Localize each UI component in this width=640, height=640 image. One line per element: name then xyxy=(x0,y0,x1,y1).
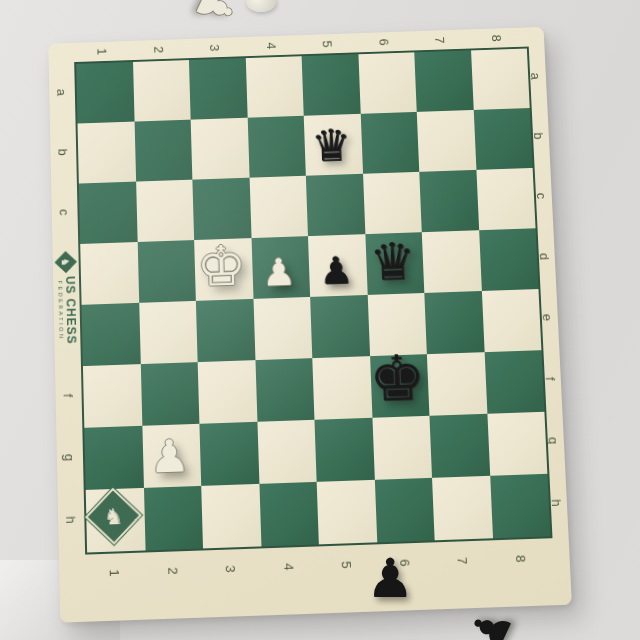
brand-subname: FEDERATION xyxy=(56,280,63,340)
square-e2[interactable] xyxy=(139,301,198,364)
square-a6[interactable] xyxy=(358,52,417,113)
square-g8[interactable] xyxy=(487,412,547,476)
square-e4[interactable] xyxy=(253,297,312,360)
square-d1[interactable] xyxy=(80,242,139,305)
square-e8[interactable] xyxy=(481,289,541,352)
square-b4[interactable] xyxy=(247,116,306,178)
square-b1[interactable] xyxy=(78,122,136,184)
square-b6[interactable] xyxy=(360,112,419,174)
square-c1[interactable] xyxy=(79,182,137,244)
square-b3[interactable] xyxy=(191,118,249,180)
piece-glyph: ♟ xyxy=(149,435,191,479)
square-e5[interactable] xyxy=(310,295,369,358)
square-e7[interactable] xyxy=(424,291,484,354)
white-piece-top-partial[interactable] xyxy=(246,0,276,12)
square-h3[interactable] xyxy=(201,484,261,549)
square-h8[interactable] xyxy=(490,474,551,538)
us-chess-side-logo: ♞ US CHESS FEDERATION xyxy=(51,225,82,374)
square-g3[interactable] xyxy=(199,422,259,486)
black-pawn-standing-bottom-border[interactable]: ♟ xyxy=(366,552,414,606)
piece-glyph: ♛ xyxy=(311,125,352,168)
table-surface: 12345678 12345678 abcfgh abcdefgh ♛♛♟♚♚♟… xyxy=(0,0,640,640)
square-b2[interactable] xyxy=(134,120,192,182)
square-c7[interactable] xyxy=(419,170,478,232)
square-c5[interactable] xyxy=(306,174,365,236)
square-h6[interactable] xyxy=(374,478,434,543)
square-b7[interactable] xyxy=(417,110,476,172)
white-pawn-d4[interactable]: ♟ xyxy=(249,234,308,297)
square-a1[interactable] xyxy=(76,62,134,124)
square-h4[interactable] xyxy=(259,482,319,547)
black-queen-b5[interactable]: ♛ xyxy=(302,112,361,174)
square-f2[interactable] xyxy=(140,362,199,426)
square-b8[interactable] xyxy=(473,108,532,170)
square-h5[interactable] xyxy=(317,480,377,545)
square-c4[interactable] xyxy=(249,176,308,238)
piece-glyph: ♟ xyxy=(318,252,353,289)
piece-glyph: ♛ xyxy=(368,237,416,287)
square-e3[interactable] xyxy=(196,299,255,362)
square-c8[interactable] xyxy=(476,168,536,230)
black-pawn-d5[interactable]: ♟ xyxy=(306,232,365,295)
square-g7[interactable] xyxy=(429,414,489,478)
square-g5[interactable] xyxy=(314,418,374,482)
square-c6[interactable] xyxy=(363,172,422,234)
square-g4[interactable] xyxy=(257,420,317,484)
square-c3[interactable] xyxy=(192,178,251,240)
white-king-d3[interactable]: ♚ xyxy=(192,236,251,299)
square-g6[interactable] xyxy=(372,416,432,480)
square-a4[interactable] xyxy=(245,56,303,117)
square-a7[interactable] xyxy=(414,50,473,111)
square-f5[interactable] xyxy=(312,356,372,420)
square-h2[interactable] xyxy=(143,486,203,551)
knight-diamond-icon: ♞ xyxy=(55,251,77,273)
square-a8[interactable] xyxy=(471,49,530,110)
square-a2[interactable] xyxy=(133,60,191,122)
piece-glyph: ♚ xyxy=(368,348,427,409)
square-f1[interactable] xyxy=(83,364,142,428)
chess-board-mat: 12345678 12345678 abcfgh abcdefgh ♛♛♟♚♚♟… xyxy=(48,27,572,623)
square-e1[interactable] xyxy=(82,303,141,366)
piece-glyph: ♚ xyxy=(196,239,247,293)
knight-icon: ♞ xyxy=(60,258,71,267)
square-a5[interactable] xyxy=(302,54,361,115)
square-d2[interactable] xyxy=(137,240,196,303)
square-f8[interactable] xyxy=(484,350,544,414)
black-king-f6[interactable]: ♚ xyxy=(368,352,428,416)
square-d8[interactable] xyxy=(479,228,539,291)
brand-name: US CHESS xyxy=(64,276,77,345)
square-c2[interactable] xyxy=(136,180,194,242)
white-pawn-g2[interactable]: ♟ xyxy=(140,422,199,486)
piece-glyph: ♟ xyxy=(261,254,296,291)
white-pawn-lying-top[interactable]: ♟ xyxy=(187,0,244,33)
square-f4[interactable] xyxy=(255,358,314,422)
square-a3[interactable] xyxy=(189,58,247,120)
square-f3[interactable] xyxy=(198,360,257,424)
square-h1[interactable] xyxy=(86,488,145,553)
square-f7[interactable] xyxy=(427,352,487,416)
black-queen-d6[interactable]: ♛ xyxy=(363,230,422,293)
square-h7[interactable] xyxy=(432,476,492,540)
square-g1[interactable] xyxy=(84,426,143,490)
square-d7[interactable] xyxy=(422,230,482,293)
